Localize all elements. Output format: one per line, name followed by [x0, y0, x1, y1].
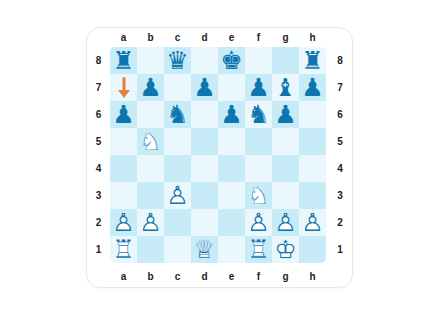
piece-solid-layer: ♟	[299, 74, 326, 101]
piece-outline-layer: ♙	[137, 209, 164, 236]
square-a2[interactable]: ♟♙	[110, 209, 137, 236]
square-c8[interactable]: ♛	[164, 47, 191, 74]
square-f7[interactable]: ♟	[245, 74, 272, 101]
square-d6[interactable]	[191, 101, 218, 128]
rank-label-5: 5	[87, 128, 110, 155]
chess-board: ♜♛♚♜♟♟♟♝♟♟♞♟♞♟♞♘♟♙♞♘♟♙♟♙♟♙♟♙♟♙♜♖♛♕♜♖♚♔	[110, 47, 326, 263]
square-a8[interactable]: ♜	[110, 47, 137, 74]
square-h3[interactable]	[299, 182, 326, 209]
rank-label-7: 7	[87, 74, 110, 101]
black-king[interactable]: ♚	[218, 47, 245, 74]
square-e4[interactable]	[218, 155, 245, 182]
square-g6[interactable]: ♟	[272, 101, 299, 128]
piece-solid-layer: ♟	[137, 74, 164, 101]
black-knight[interactable]: ♞	[245, 101, 272, 128]
piece-solid-layer: ♟	[110, 101, 137, 128]
file-label-h: h	[299, 28, 326, 47]
black-pawn[interactable]: ♟	[272, 101, 299, 128]
rank-label-5: 5	[327, 128, 353, 155]
file-labels-top: abcdefgh	[110, 28, 326, 47]
piece-outline-layer: ♘	[245, 182, 272, 209]
file-label-d: d	[191, 263, 218, 289]
square-f1[interactable]: ♜♖	[245, 236, 272, 263]
file-label-d: d	[191, 28, 218, 47]
square-c2[interactable]	[164, 209, 191, 236]
square-b3[interactable]	[137, 182, 164, 209]
rank-labels-right: 87654321	[327, 47, 353, 263]
square-b6[interactable]	[137, 101, 164, 128]
square-b8[interactable]	[137, 47, 164, 74]
piece-solid-layer: ♞	[164, 101, 191, 128]
black-pawn[interactable]: ♟	[110, 101, 137, 128]
piece-outline-layer: ♙	[299, 209, 326, 236]
square-g1[interactable]: ♚♔	[272, 236, 299, 263]
rank-label-6: 6	[87, 101, 110, 128]
white-rook[interactable]: ♜♖	[110, 236, 137, 263]
square-e8[interactable]: ♚	[218, 47, 245, 74]
piece-solid-layer: ♝	[272, 74, 299, 101]
piece-outline-layer: ♙	[110, 209, 137, 236]
square-g8[interactable]	[272, 47, 299, 74]
rank-label-1: 1	[87, 236, 110, 263]
board-card: abcdefgh 87654321 ♜♛♚♜♟♟♟♝♟♟♞♟♞♟♞♘♟♙♞♘♟♙…	[86, 27, 353, 288]
black-pawn[interactable]: ♟	[191, 74, 218, 101]
square-h1[interactable]	[299, 236, 326, 263]
square-g7[interactable]: ♝	[272, 74, 299, 101]
black-knight[interactable]: ♞	[164, 101, 191, 128]
white-pawn[interactable]: ♟♙	[299, 209, 326, 236]
piece-solid-layer: ♛	[164, 47, 191, 74]
file-label-b: b	[137, 28, 164, 47]
piece-outline-layer: ♙	[245, 209, 272, 236]
square-f8[interactable]	[245, 47, 272, 74]
file-label-a: a	[110, 28, 137, 47]
piece-solid-layer: ♞	[245, 101, 272, 128]
square-e6[interactable]: ♟	[218, 101, 245, 128]
square-d2[interactable]	[191, 209, 218, 236]
square-c1[interactable]	[164, 236, 191, 263]
square-h8[interactable]: ♜	[299, 47, 326, 74]
square-b1[interactable]	[137, 236, 164, 263]
square-b4[interactable]	[137, 155, 164, 182]
white-pawn[interactable]: ♟♙	[272, 209, 299, 236]
square-g4[interactable]	[272, 155, 299, 182]
black-queen[interactable]: ♛	[164, 47, 191, 74]
white-pawn[interactable]: ♟♙	[164, 182, 191, 209]
square-d7[interactable]: ♟	[191, 74, 218, 101]
square-h2[interactable]: ♟♙	[299, 209, 326, 236]
piece-outline-layer: ♙	[272, 209, 299, 236]
piece-solid-layer: ♟	[191, 74, 218, 101]
file-label-f: f	[245, 263, 272, 289]
square-c6[interactable]: ♞	[164, 101, 191, 128]
white-queen[interactable]: ♛♕	[191, 236, 218, 263]
rank-label-2: 2	[327, 209, 353, 236]
arrow-head	[118, 90, 130, 98]
square-e3[interactable]	[218, 182, 245, 209]
square-f2[interactable]: ♟♙	[245, 209, 272, 236]
file-label-e: e	[218, 28, 245, 47]
piece-solid-layer: ♜	[110, 47, 137, 74]
piece-outline-layer: ♙	[164, 182, 191, 209]
file-label-g: g	[272, 28, 299, 47]
arrow-shaft	[122, 77, 125, 91]
rank-label-3: 3	[327, 182, 353, 209]
rank-label-2: 2	[87, 209, 110, 236]
square-d1[interactable]: ♛♕	[191, 236, 218, 263]
square-c7[interactable]	[164, 74, 191, 101]
piece-outline-layer: ♘	[137, 128, 164, 155]
piece-solid-layer: ♟	[272, 101, 299, 128]
piece-outline-layer: ♕	[191, 236, 218, 263]
rank-label-8: 8	[87, 47, 110, 74]
square-e2[interactable]	[218, 209, 245, 236]
black-pawn[interactable]: ♟	[218, 101, 245, 128]
square-f5[interactable]	[245, 128, 272, 155]
piece-solid-layer: ♟	[245, 74, 272, 101]
piece-outline-layer: ♖	[110, 236, 137, 263]
square-h6[interactable]	[299, 101, 326, 128]
white-pawn[interactable]: ♟♙	[137, 209, 164, 236]
file-labels-bottom: abcdefgh	[110, 263, 326, 289]
file-label-c: c	[164, 263, 191, 289]
file-label-g: g	[272, 263, 299, 289]
square-g3[interactable]	[272, 182, 299, 209]
white-pawn[interactable]: ♟♙	[110, 209, 137, 236]
rank-label-1: 1	[327, 236, 353, 263]
square-d5[interactable]	[191, 128, 218, 155]
rank-label-4: 4	[327, 155, 353, 182]
rank-label-6: 6	[327, 101, 353, 128]
piece-solid-layer: ♜	[299, 47, 326, 74]
white-pawn[interactable]: ♟♙	[245, 209, 272, 236]
square-f6[interactable]: ♞	[245, 101, 272, 128]
square-d4[interactable]	[191, 155, 218, 182]
square-b2[interactable]: ♟♙	[137, 209, 164, 236]
square-d3[interactable]	[191, 182, 218, 209]
black-bishop[interactable]: ♝	[272, 74, 299, 101]
file-label-b: b	[137, 263, 164, 289]
square-e1[interactable]	[218, 236, 245, 263]
piece-solid-layer: ♚	[218, 47, 245, 74]
square-a1[interactable]: ♜♖	[110, 236, 137, 263]
piece-outline-layer: ♔	[272, 236, 299, 263]
square-h5[interactable]	[299, 128, 326, 155]
square-a5[interactable]	[110, 128, 137, 155]
black-rook[interactable]: ♜	[299, 47, 326, 74]
black-pawn[interactable]: ♟	[137, 74, 164, 101]
rank-label-3: 3	[87, 182, 110, 209]
file-label-e: e	[218, 263, 245, 289]
rank-label-8: 8	[327, 47, 353, 74]
square-a3[interactable]	[110, 182, 137, 209]
square-c4[interactable]	[164, 155, 191, 182]
black-rook[interactable]: ♜	[110, 47, 137, 74]
piece-outline-layer: ♖	[245, 236, 272, 263]
square-g5[interactable]	[272, 128, 299, 155]
square-c3[interactable]: ♟♙	[164, 182, 191, 209]
square-b5[interactable]: ♞♘	[137, 128, 164, 155]
square-g2[interactable]: ♟♙	[272, 209, 299, 236]
square-a4[interactable]	[110, 155, 137, 182]
square-h7[interactable]: ♟	[299, 74, 326, 101]
square-b7[interactable]: ♟	[137, 74, 164, 101]
file-label-f: f	[245, 28, 272, 47]
white-king[interactable]: ♚♔	[272, 236, 299, 263]
white-rook[interactable]: ♜♖	[245, 236, 272, 263]
square-e7[interactable]	[218, 74, 245, 101]
file-label-h: h	[299, 263, 326, 289]
rank-label-4: 4	[87, 155, 110, 182]
white-knight[interactable]: ♞♘	[245, 182, 272, 209]
square-e5[interactable]	[218, 128, 245, 155]
square-a7[interactable]	[110, 74, 137, 101]
square-h4[interactable]	[299, 155, 326, 182]
black-pawn[interactable]: ♟	[245, 74, 272, 101]
file-label-c: c	[164, 28, 191, 47]
rank-label-7: 7	[327, 74, 353, 101]
black-pawn[interactable]: ♟	[299, 74, 326, 101]
rank-labels-left: 87654321	[87, 47, 110, 263]
square-c5[interactable]	[164, 128, 191, 155]
square-d8[interactable]	[191, 47, 218, 74]
move-arrow-down	[117, 77, 131, 99]
square-f3[interactable]: ♞♘	[245, 182, 272, 209]
square-a6[interactable]: ♟	[110, 101, 137, 128]
file-label-a: a	[110, 263, 137, 289]
square-f4[interactable]	[245, 155, 272, 182]
piece-solid-layer: ♟	[218, 101, 245, 128]
white-knight[interactable]: ♞♘	[137, 128, 164, 155]
